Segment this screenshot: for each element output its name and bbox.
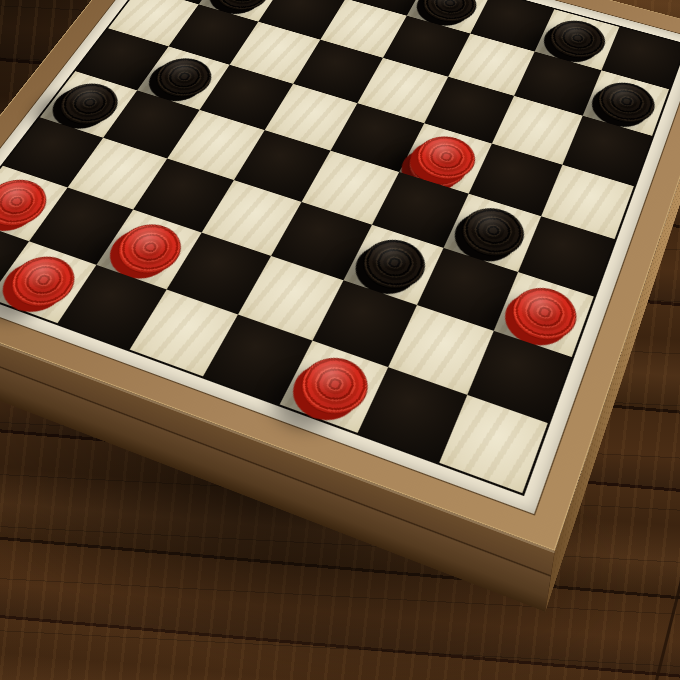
board-3d-scene <box>0 0 680 680</box>
checkers-box <box>0 0 680 612</box>
board-lid-top <box>0 0 680 551</box>
checkers-photo-scene: { "game": "checkers (draughts)", "scene_… <box>0 0 680 680</box>
